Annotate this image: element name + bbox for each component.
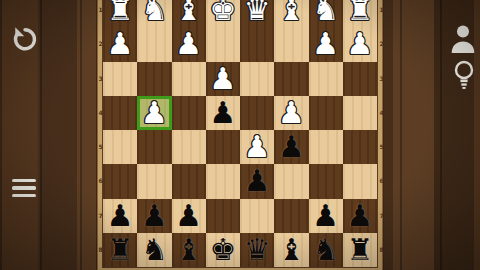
- piece-wP-h2: ♟: [107, 29, 134, 59]
- square-g5[interactable]: [137, 130, 171, 164]
- piece-wB-c1: ♝: [278, 0, 305, 25]
- square-a5[interactable]: [343, 130, 377, 164]
- rank-label-1: 1: [98, 7, 104, 13]
- square-f3[interactable]: [172, 62, 206, 96]
- hint-button[interactable]: [451, 58, 477, 94]
- rank-label-5: 5: [98, 144, 104, 150]
- piece-bP-b7: ♟: [312, 201, 339, 231]
- player-button[interactable]: [449, 23, 477, 54]
- square-f1[interactable]: ♝: [172, 0, 206, 27]
- square-d5[interactable]: ♟: [240, 130, 274, 164]
- piece-wQ-d1: ♛: [244, 0, 271, 25]
- rank-label-6: 6: [379, 178, 385, 184]
- piece-bQ-d8: ♛: [244, 235, 271, 265]
- square-e4[interactable]: ♟: [206, 96, 240, 130]
- square-e2[interactable]: [206, 27, 240, 61]
- piece-wP-c4: ♟: [278, 98, 305, 128]
- square-d8[interactable]: ♛: [240, 233, 274, 267]
- square-b5[interactable]: [309, 130, 343, 164]
- rank-label-8: 8: [379, 247, 385, 253]
- square-e3[interactable]: ♟: [206, 62, 240, 96]
- menu-button[interactable]: [11, 177, 37, 199]
- square-h5[interactable]: [103, 130, 137, 164]
- menu-icon: [12, 179, 36, 197]
- square-g2[interactable]: [137, 27, 171, 61]
- square-h1[interactable]: ♜: [103, 0, 137, 27]
- piece-bR-h8: ♜: [107, 235, 134, 265]
- square-f8[interactable]: ♝: [172, 233, 206, 267]
- piece-wK-e1: ♚: [209, 0, 236, 25]
- rank-label-4: 4: [98, 110, 104, 116]
- rank-label-6: 6: [98, 178, 104, 184]
- piece-bN-b8: ♞: [312, 235, 339, 265]
- square-c5[interactable]: ♟: [274, 130, 308, 164]
- square-g8[interactable]: ♞: [137, 233, 171, 267]
- rank-label-4: 4: [379, 110, 385, 116]
- square-b3[interactable]: [309, 62, 343, 96]
- piece-bP-f7: ♟: [175, 201, 202, 231]
- square-g4[interactable]: ♟: [137, 96, 171, 130]
- rank-label-3: 3: [379, 76, 385, 82]
- piece-bP-c5: ♟: [278, 132, 305, 162]
- square-d6[interactable]: ♟: [240, 164, 274, 198]
- square-c6[interactable]: [274, 164, 308, 198]
- square-g1[interactable]: ♞: [137, 0, 171, 27]
- square-c1[interactable]: ♝: [274, 0, 308, 27]
- square-c8[interactable]: ♝: [274, 233, 308, 267]
- square-g6[interactable]: [137, 164, 171, 198]
- square-e7[interactable]: [206, 199, 240, 233]
- chess-board[interactable]: ♜♞♝♚♛♝♞♜♟♟♟♟♟♟♟♟♟♟♟♟♟♟♟♟♜♞♝♚♛♝♞♜: [103, 0, 377, 267]
- square-e1[interactable]: ♚: [206, 0, 240, 27]
- piece-bP-d6: ♟: [244, 166, 271, 196]
- square-f4[interactable]: [172, 96, 206, 130]
- rank-label-1: 1: [379, 7, 385, 13]
- piece-wN-g1: ♞: [141, 0, 168, 25]
- piece-bP-e4: ♟: [209, 98, 236, 128]
- hint-bulb-icon: [452, 59, 476, 93]
- square-b6[interactable]: [309, 164, 343, 198]
- square-a7[interactable]: ♟: [343, 199, 377, 233]
- square-f7[interactable]: ♟: [172, 199, 206, 233]
- app-screen: { "app": { "name": "Chess", "theme": "wo…: [0, 0, 480, 270]
- rank-label-8: 8: [98, 247, 104, 253]
- square-a2[interactable]: ♟: [343, 27, 377, 61]
- rank-label-3: 3: [98, 76, 104, 82]
- piece-wP-g4: ♟: [141, 98, 168, 128]
- square-d7[interactable]: [240, 199, 274, 233]
- piece-bP-h7: ♟: [107, 201, 134, 231]
- square-c3[interactable]: [274, 62, 308, 96]
- undo-icon: [10, 24, 40, 54]
- square-h3[interactable]: [103, 62, 137, 96]
- square-e8[interactable]: ♚: [206, 233, 240, 267]
- square-f6[interactable]: [172, 164, 206, 198]
- rank-label-5: 5: [379, 144, 385, 150]
- square-b7[interactable]: ♟: [309, 199, 343, 233]
- piece-bN-g8: ♞: [141, 235, 168, 265]
- piece-bP-g7: ♟: [141, 201, 168, 231]
- square-b8[interactable]: ♞: [309, 233, 343, 267]
- square-a1[interactable]: ♜: [343, 0, 377, 27]
- piece-bB-f8: ♝: [175, 235, 202, 265]
- square-d2[interactable]: [240, 27, 274, 61]
- square-f2[interactable]: ♟: [172, 27, 206, 61]
- square-h2[interactable]: ♟: [103, 27, 137, 61]
- piece-wB-f1: ♝: [175, 0, 202, 25]
- square-d3[interactable]: [240, 62, 274, 96]
- square-d4[interactable]: [240, 96, 274, 130]
- square-a6[interactable]: [343, 164, 377, 198]
- piece-wP-a2: ♟: [346, 29, 373, 59]
- square-a3[interactable]: [343, 62, 377, 96]
- piece-wR-h1: ♜: [107, 0, 134, 25]
- piece-wP-f2: ♟: [175, 29, 202, 59]
- piece-wN-b1: ♞: [312, 0, 339, 25]
- square-b4[interactable]: [309, 96, 343, 130]
- piece-wP-b2: ♟: [312, 29, 339, 59]
- undo-button[interactable]: [8, 22, 42, 56]
- square-h6[interactable]: [103, 164, 137, 198]
- square-c4[interactable]: ♟: [274, 96, 308, 130]
- square-a8[interactable]: ♜: [343, 233, 377, 267]
- square-c7[interactable]: [274, 199, 308, 233]
- square-g7[interactable]: ♟: [137, 199, 171, 233]
- piece-bB-c8: ♝: [278, 235, 305, 265]
- piece-bR-a8: ♜: [346, 235, 373, 265]
- square-e5[interactable]: [206, 130, 240, 164]
- rank-label-7: 7: [379, 213, 385, 219]
- player-icon: [450, 24, 476, 53]
- square-d1[interactable]: ♛: [240, 0, 274, 27]
- piece-wP-e3: ♟: [209, 64, 236, 94]
- square-a4[interactable]: [343, 96, 377, 130]
- chess-board-frame: ♜♞♝♚♛♝♞♜♟♟♟♟♟♟♟♟♟♟♟♟♟♟♟♟♜♞♝♚♛♝♞♜ 1122334…: [96, 0, 384, 270]
- square-b2[interactable]: ♟: [309, 27, 343, 61]
- rank-label-2: 2: [379, 41, 385, 47]
- square-f5[interactable]: [172, 130, 206, 164]
- square-c2[interactable]: [274, 27, 308, 61]
- piece-wP-d5: ♟: [244, 132, 271, 162]
- square-g3[interactable]: [137, 62, 171, 96]
- square-h8[interactable]: ♜: [103, 233, 137, 267]
- piece-bP-a7: ♟: [346, 201, 373, 231]
- square-h4[interactable]: [103, 96, 137, 130]
- rank-label-7: 7: [98, 213, 104, 219]
- piece-wR-a1: ♜: [346, 0, 373, 25]
- square-h7[interactable]: ♟: [103, 199, 137, 233]
- piece-bK-e8: ♚: [209, 235, 236, 265]
- square-b1[interactable]: ♞: [309, 0, 343, 27]
- square-e6[interactable]: [206, 164, 240, 198]
- rank-label-2: 2: [98, 41, 104, 47]
